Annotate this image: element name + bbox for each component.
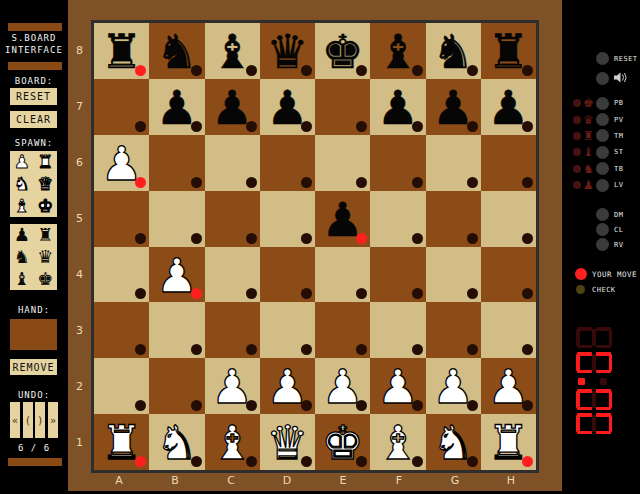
square-e5[interactable]: ♟ <box>315 191 370 247</box>
square-marker-dot <box>356 288 367 299</box>
rank-label-1: 1 <box>68 414 91 470</box>
redo-all-button[interactable]: » <box>48 402 58 438</box>
square-h5[interactable] <box>481 191 536 247</box>
square-marker-dot <box>467 456 478 467</box>
st-label: ST <box>614 148 623 156</box>
square-d5[interactable] <box>260 191 315 247</box>
square-marker-dot <box>522 288 533 299</box>
square-marker-dot <box>301 233 312 244</box>
mode-row-rv: RV <box>562 237 640 252</box>
square-marker-dot <box>522 344 533 355</box>
square-h6[interactable] <box>481 135 536 191</box>
spawn-black-rook[interactable]: ♜ <box>34 224 58 246</box>
square-g4[interactable] <box>426 247 481 303</box>
queen-icon: ♛ <box>582 114 595 126</box>
file-labels: ABCDEFGH <box>91 470 539 491</box>
rv-label: RV <box>614 241 623 249</box>
board-reset-button[interactable]: RESET <box>10 88 57 105</box>
st-led <box>573 148 581 156</box>
square-marker-dot <box>301 121 312 132</box>
file-label-D: D <box>259 470 315 491</box>
square-d7[interactable]: ♟ <box>260 79 315 135</box>
file-label-H: H <box>483 470 539 491</box>
spawn-black-bishop[interactable]: ♝ <box>10 268 34 290</box>
pawn-icon: ♟ <box>582 179 595 191</box>
square-marker-dot <box>301 65 312 76</box>
rank-label-2: 2 <box>68 358 91 414</box>
square-marker-dot <box>412 65 423 76</box>
square-marker-dot <box>467 121 478 132</box>
square-b1[interactable]: ♞ <box>149 414 204 470</box>
sound-button[interactable] <box>596 72 609 85</box>
redo-button[interactable]: ) <box>35 402 45 438</box>
lv-button[interactable] <box>596 179 609 192</box>
sidebar-accent-bar-bottom <box>8 458 62 466</box>
square-c7[interactable]: ♟ <box>205 79 260 135</box>
spawn-white-pawn[interactable]: ♟ <box>10 151 34 173</box>
square-marker-dot <box>135 288 146 299</box>
display-digit-1 <box>576 327 612 348</box>
square-f2[interactable]: ♟ <box>370 358 425 414</box>
square-h1[interactable]: ♜ <box>481 414 536 470</box>
rank-label-7: 7 <box>68 79 91 135</box>
square-marker-dot <box>412 288 423 299</box>
square-marker-dot <box>467 65 478 76</box>
square-b6[interactable] <box>149 135 204 191</box>
square-e2[interactable]: ♟ <box>315 358 370 414</box>
square-marker-dot <box>246 65 257 76</box>
square-c6[interactable] <box>205 135 260 191</box>
file-label-G: G <box>427 470 483 491</box>
square-g5[interactable] <box>426 191 481 247</box>
square-marker-dot <box>412 456 423 467</box>
square-marker-dot <box>412 177 423 188</box>
spawn-white-king[interactable]: ♚ <box>34 195 58 217</box>
display-digit-3 <box>576 389 612 410</box>
dm-label: DM <box>614 211 623 219</box>
square-marker-dot <box>135 344 146 355</box>
square-f6[interactable] <box>370 135 425 191</box>
square-b2[interactable] <box>149 358 204 414</box>
spawn-white-knight[interactable]: ♞ <box>10 173 34 195</box>
square-marker-dot <box>246 344 257 355</box>
indicator-row-tb: ♞TB <box>562 161 640 177</box>
rv-button[interactable] <box>596 238 609 251</box>
display-colon-dot <box>578 378 585 385</box>
square-marker-dot <box>467 233 478 244</box>
check-row: CHECK <box>576 285 616 294</box>
square-f4[interactable] <box>370 247 425 303</box>
square-marker-dot <box>191 456 202 467</box>
square-marker-dot <box>135 121 146 132</box>
your-move-row: YOUR MOVE <box>575 268 637 280</box>
square-h3[interactable] <box>481 302 536 358</box>
spawn-black-pawn[interactable]: ♟ <box>10 224 34 246</box>
square-f3[interactable] <box>370 302 425 358</box>
board-section-label: BOARD: <box>0 76 68 86</box>
spawn-black-knight[interactable]: ♞ <box>10 246 34 268</box>
square-marker-dot <box>522 65 533 76</box>
square-a8[interactable]: ♜ <box>94 23 149 79</box>
tb-label: TB <box>614 165 623 173</box>
square-marker-dot <box>135 233 146 244</box>
remove-button[interactable]: REMOVE <box>10 359 57 375</box>
display-digit-2 <box>576 352 612 373</box>
square-marker-dot <box>412 121 423 132</box>
square-d4[interactable] <box>260 247 315 303</box>
board-frame: 87654321 ♜♞♝♛♚♝♞♜♟♟♟♟♟♟♟♟♟♟♟♟♟♟♟♜♞♝♛♚♝♞♜… <box>68 0 562 491</box>
square-marker-dot <box>412 400 423 411</box>
hand-slot[interactable] <box>10 319 57 350</box>
square-d3[interactable] <box>260 302 315 358</box>
square-d8[interactable]: ♛ <box>260 23 315 79</box>
square-d6[interactable] <box>260 135 315 191</box>
spawn-white-queen[interactable]: ♛ <box>34 173 58 195</box>
pb-label: PB <box>614 99 623 107</box>
square-c1[interactable]: ♝ <box>205 414 260 470</box>
square-d1[interactable]: ♛ <box>260 414 315 470</box>
square-marker-dot <box>246 288 257 299</box>
square-marker-dot <box>522 177 533 188</box>
red-marker-dot <box>356 233 367 244</box>
king-icon: ♚ <box>582 97 595 109</box>
pb-button[interactable] <box>596 97 609 110</box>
square-f5[interactable] <box>370 191 425 247</box>
square-marker-dot <box>356 121 367 132</box>
sidebar-accent-bar-top <box>8 23 62 31</box>
display-digit-4 <box>576 413 612 434</box>
square-marker-dot <box>246 177 257 188</box>
indicator-row-pv: ♛PV <box>562 111 640 127</box>
square-a1[interactable]: ♜ <box>94 414 149 470</box>
square-a7[interactable] <box>94 79 149 135</box>
square-marker-dot <box>191 65 202 76</box>
square-f8[interactable]: ♝ <box>370 23 425 79</box>
square-marker-dot <box>191 177 202 188</box>
square-marker-dot <box>135 400 146 411</box>
square-e6[interactable] <box>315 135 370 191</box>
undo-controls: «()» <box>10 402 58 438</box>
square-e7[interactable] <box>315 79 370 135</box>
red-marker-dot <box>522 456 533 467</box>
square-marker-dot <box>356 177 367 188</box>
square-marker-dot <box>412 233 423 244</box>
square-marker-dot <box>246 456 257 467</box>
indicator-row-tm: ♜TM <box>562 128 640 144</box>
speaker-icon <box>614 72 628 85</box>
file-label-E: E <box>315 470 371 491</box>
cl-button[interactable] <box>596 223 609 236</box>
tm-led <box>573 132 581 140</box>
mode-row-cl: CL <box>562 222 640 237</box>
rank-label-6: 6 <box>68 135 91 191</box>
square-b8[interactable]: ♞ <box>149 23 204 79</box>
square-marker-dot <box>301 177 312 188</box>
rank-label-3: 3 <box>68 302 91 358</box>
seven-segment-display <box>576 327 612 435</box>
reset-right-label: RESET <box>614 55 638 63</box>
square-h2[interactable]: ♟ <box>481 358 536 414</box>
lv-led <box>573 181 581 189</box>
st-button[interactable] <box>596 146 609 159</box>
undo-all-button[interactable]: « <box>10 402 20 438</box>
spawn-palette-black: ♟♜♞♛♝♚ <box>10 224 57 290</box>
square-marker-dot <box>301 456 312 467</box>
indicator-row-lv: ♟LV <box>562 177 640 193</box>
file-label-A: A <box>91 470 147 491</box>
knight-icon: ♞ <box>582 163 595 175</box>
mode-row-dm: DM <box>562 207 640 222</box>
square-a5[interactable] <box>94 191 149 247</box>
square-marker-dot <box>467 400 478 411</box>
square-marker-dot <box>191 233 202 244</box>
board-clear-button[interactable]: CLEAR <box>10 111 57 128</box>
square-g7[interactable]: ♟ <box>426 79 481 135</box>
square-f7[interactable]: ♟ <box>370 79 425 135</box>
square-e8[interactable]: ♚ <box>315 23 370 79</box>
square-d2[interactable]: ♟ <box>260 358 315 414</box>
rank-labels: 87654321 <box>68 23 91 470</box>
square-marker-dot <box>522 121 533 132</box>
display-colon-dot <box>600 378 607 385</box>
check-led <box>576 285 585 294</box>
square-marker-dot <box>301 288 312 299</box>
spawn-black-king[interactable]: ♚ <box>34 268 58 290</box>
square-marker-dot <box>467 177 478 188</box>
square-c8[interactable]: ♝ <box>205 23 260 79</box>
tm-button[interactable] <box>596 129 609 142</box>
pv-led <box>573 116 581 124</box>
square-a6[interactable]: ♟ <box>94 135 149 191</box>
pv-label: PV <box>614 116 623 124</box>
square-marker-dot <box>191 400 202 411</box>
spawn-black-queen[interactable]: ♛ <box>34 246 58 268</box>
pv-button[interactable] <box>596 113 609 126</box>
red-marker-dot <box>191 288 202 299</box>
square-marker-dot <box>356 344 367 355</box>
undo-counter: 6 / 6 <box>0 443 68 453</box>
square-e3[interactable] <box>315 302 370 358</box>
square-b7[interactable]: ♟ <box>149 79 204 135</box>
square-e1[interactable]: ♚ <box>315 414 370 470</box>
square-a2[interactable] <box>94 358 149 414</box>
square-e4[interactable] <box>315 247 370 303</box>
indicator-row-st: ♝ST <box>562 144 640 160</box>
square-c4[interactable] <box>205 247 260 303</box>
chess-board: ♜♞♝♛♚♝♞♜♟♟♟♟♟♟♟♟♟♟♟♟♟♟♟♜♞♝♛♚♝♞♜ <box>91 20 539 473</box>
indicator-row-pb: ♚PB <box>562 95 640 111</box>
square-marker-dot <box>412 344 423 355</box>
square-marker-dot <box>191 344 202 355</box>
square-g8[interactable]: ♞ <box>426 23 481 79</box>
bishop-icon: ♝ <box>582 146 595 158</box>
rank-label-4: 4 <box>68 247 91 303</box>
sidebar-accent-bar-2 <box>8 62 62 70</box>
spawn-white-rook[interactable]: ♜ <box>34 151 58 173</box>
square-b3[interactable] <box>149 302 204 358</box>
square-marker-dot <box>467 344 478 355</box>
pb-led <box>573 99 581 107</box>
square-marker-dot <box>246 400 257 411</box>
undo-section-label: UNDO: <box>0 390 68 400</box>
rook-icon: ♜ <box>582 130 595 142</box>
square-h8[interactable]: ♜ <box>481 23 536 79</box>
file-label-C: C <box>203 470 259 491</box>
square-marker-dot <box>246 121 257 132</box>
spawn-palette-white: ♟♜♞♛♝♚ <box>10 151 57 217</box>
square-c3[interactable] <box>205 302 260 358</box>
square-b4[interactable]: ♟ <box>149 247 204 303</box>
square-b5[interactable] <box>149 191 204 247</box>
your-move-led <box>575 268 587 280</box>
spawn-white-bishop[interactable]: ♝ <box>10 195 34 217</box>
square-c5[interactable] <box>205 191 260 247</box>
hand-section-label: HAND: <box>0 305 68 315</box>
square-marker-dot <box>246 233 257 244</box>
file-label-F: F <box>371 470 427 491</box>
reset-button-right[interactable] <box>596 52 609 65</box>
square-h7[interactable]: ♟ <box>481 79 536 135</box>
square-marker-dot <box>522 233 533 244</box>
square-g2[interactable]: ♟ <box>426 358 481 414</box>
spawn-section-label: SPAWN: <box>0 138 68 148</box>
lv-label: LV <box>614 181 623 189</box>
check-label: CHECK <box>592 286 616 294</box>
rank-label-8: 8 <box>68 23 91 79</box>
tb-led <box>573 165 581 173</box>
square-a4[interactable] <box>94 247 149 303</box>
app-title-line1: S.BOARD <box>0 33 68 43</box>
square-marker-dot <box>467 288 478 299</box>
square-marker-dot <box>191 121 202 132</box>
tb-button[interactable] <box>596 162 609 175</box>
square-f1[interactable]: ♝ <box>370 414 425 470</box>
dm-button[interactable] <box>596 208 609 221</box>
square-g1[interactable]: ♞ <box>426 414 481 470</box>
file-label-B: B <box>147 470 203 491</box>
square-g3[interactable] <box>426 302 481 358</box>
tm-label: TM <box>614 132 623 140</box>
undo-button[interactable]: ( <box>23 402 33 438</box>
square-h4[interactable] <box>481 247 536 303</box>
cl-label: CL <box>614 226 623 234</box>
square-marker-dot <box>301 344 312 355</box>
square-c2[interactable]: ♟ <box>205 358 260 414</box>
red-marker-dot <box>135 177 146 188</box>
square-g6[interactable] <box>426 135 481 191</box>
rank-label-5: 5 <box>68 191 91 247</box>
app-title-line2: INTERFACE <box>0 45 68 55</box>
your-move-label: YOUR MOVE <box>592 270 637 279</box>
square-a3[interactable] <box>94 302 149 358</box>
